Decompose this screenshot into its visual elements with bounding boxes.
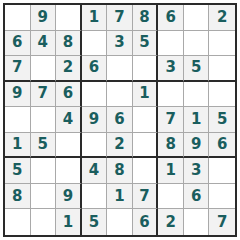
cell-r2c7[interactable] — [158, 31, 184, 57]
cell-r6c2: 5 — [31, 133, 57, 159]
cell-r3c1: 7 — [5, 56, 31, 82]
cell-r7c3[interactable] — [56, 158, 82, 184]
given-digit: 7 — [217, 215, 227, 230]
given-digit: 1 — [165, 163, 175, 178]
cell-r2c6: 5 — [133, 31, 159, 57]
given-digit: 7 — [139, 189, 149, 204]
cell-r7c6[interactable] — [133, 158, 159, 184]
cell-r6c9: 6 — [209, 133, 235, 159]
cell-r4c3: 6 — [56, 82, 82, 108]
given-digit: 9 — [191, 137, 201, 152]
cell-r3c2[interactable] — [31, 56, 57, 82]
sudoku-page: 9178626483572635976149671515289654813891… — [0, 0, 240, 240]
cell-r5c9: 5 — [209, 107, 235, 133]
given-digit: 6 — [217, 137, 227, 152]
given-digit: 1 — [63, 215, 73, 230]
cell-r6c5: 2 — [107, 133, 133, 159]
cell-r9c1[interactable] — [5, 209, 31, 235]
cell-r1c4: 1 — [82, 5, 108, 31]
given-digit: 6 — [89, 60, 99, 75]
cell-r6c7: 8 — [158, 133, 184, 159]
cell-r1c7: 6 — [158, 5, 184, 31]
cell-r8c2[interactable] — [31, 184, 57, 210]
cell-r8c6: 7 — [133, 184, 159, 210]
cell-r7c1: 5 — [5, 158, 31, 184]
cell-r8c4[interactable] — [82, 184, 108, 210]
cell-r3c4: 6 — [82, 56, 108, 82]
cell-r4c7[interactable] — [158, 82, 184, 108]
given-digit: 7 — [114, 10, 124, 25]
given-digit: 6 — [191, 189, 201, 204]
given-digit: 5 — [139, 35, 149, 50]
given-digit: 1 — [139, 86, 149, 101]
cell-r3c8: 5 — [184, 56, 210, 82]
given-digit: 7 — [38, 86, 48, 101]
cell-r3c6[interactable] — [133, 56, 159, 82]
cell-r3c9[interactable] — [209, 56, 235, 82]
given-digit: 3 — [191, 163, 201, 178]
cell-r2c3: 8 — [56, 31, 82, 57]
cell-r8c5: 1 — [107, 184, 133, 210]
given-digit: 8 — [139, 10, 149, 25]
cell-r6c3[interactable] — [56, 133, 82, 159]
cell-r8c3: 9 — [56, 184, 82, 210]
given-digit: 9 — [38, 10, 48, 25]
given-digit: 8 — [12, 189, 22, 204]
cell-r9c8[interactable] — [184, 209, 210, 235]
cell-r9c7: 2 — [158, 209, 184, 235]
given-digit: 2 — [165, 215, 175, 230]
cell-r5c8: 1 — [184, 107, 210, 133]
cell-r5c3: 4 — [56, 107, 82, 133]
cell-r4c4[interactable] — [82, 82, 108, 108]
cell-r6c1: 1 — [5, 133, 31, 159]
given-digit: 5 — [38, 137, 48, 152]
given-digit: 7 — [165, 112, 175, 127]
cell-r2c9[interactable] — [209, 31, 235, 57]
cell-r5c7: 7 — [158, 107, 184, 133]
cell-r4c1: 9 — [5, 82, 31, 108]
cell-r4c9[interactable] — [209, 82, 235, 108]
given-digit: 3 — [114, 35, 124, 50]
given-digit: 4 — [63, 112, 73, 127]
cell-r7c4: 4 — [82, 158, 108, 184]
cell-r4c8[interactable] — [184, 82, 210, 108]
given-digit: 9 — [12, 86, 22, 101]
given-digit: 8 — [114, 163, 124, 178]
cell-r4c6: 1 — [133, 82, 159, 108]
given-digit: 4 — [38, 35, 48, 50]
given-digit: 5 — [89, 215, 99, 230]
cell-r9c3: 1 — [56, 209, 82, 235]
cell-r7c8: 3 — [184, 158, 210, 184]
cell-r5c2[interactable] — [31, 107, 57, 133]
cell-r6c4[interactable] — [82, 133, 108, 159]
given-digit: 2 — [217, 10, 227, 25]
cell-r1c2: 9 — [31, 5, 57, 31]
given-digit: 3 — [165, 60, 175, 75]
given-digit: 2 — [63, 60, 73, 75]
cell-r9c4: 5 — [82, 209, 108, 235]
cell-r8c7[interactable] — [158, 184, 184, 210]
cell-r2c4[interactable] — [82, 31, 108, 57]
given-digit: 5 — [191, 60, 201, 75]
cell-r3c7: 3 — [158, 56, 184, 82]
cell-r2c1: 6 — [5, 31, 31, 57]
given-digit: 4 — [89, 163, 99, 178]
cell-r4c2: 7 — [31, 82, 57, 108]
sudoku-board: 9178626483572635976149671515289654813891… — [3, 3, 237, 237]
cell-r5c5: 6 — [107, 107, 133, 133]
given-digit: 7 — [12, 60, 22, 75]
given-digit: 9 — [63, 189, 73, 204]
cell-r6c6[interactable] — [133, 133, 159, 159]
cell-r5c4: 9 — [82, 107, 108, 133]
given-digit: 1 — [12, 137, 22, 152]
given-digit: 9 — [89, 112, 99, 127]
given-digit: 6 — [114, 112, 124, 127]
cell-r9c5[interactable] — [107, 209, 133, 235]
given-digit: 1 — [114, 189, 124, 204]
cell-r7c2[interactable] — [31, 158, 57, 184]
cell-r7c5: 8 — [107, 158, 133, 184]
cell-r8c8: 6 — [184, 184, 210, 210]
cell-r9c6: 6 — [133, 209, 159, 235]
cell-r6c8: 9 — [184, 133, 210, 159]
given-digit: 5 — [12, 163, 22, 178]
given-digit: 8 — [63, 35, 73, 50]
cell-r3c5[interactable] — [107, 56, 133, 82]
given-digit: 6 — [12, 35, 22, 50]
cell-r7c9[interactable] — [209, 158, 235, 184]
cell-r2c2: 4 — [31, 31, 57, 57]
given-digit: 6 — [165, 10, 175, 25]
cell-r1c9: 2 — [209, 5, 235, 31]
cell-r5c1[interactable] — [5, 107, 31, 133]
given-digit: 8 — [165, 137, 175, 152]
cell-r2c5: 3 — [107, 31, 133, 57]
given-digit: 1 — [191, 112, 201, 127]
given-digit: 1 — [89, 10, 99, 25]
cell-r3c3: 2 — [56, 56, 82, 82]
cell-r8c9[interactable] — [209, 184, 235, 210]
given-digit: 6 — [63, 86, 73, 101]
cell-r9c9: 7 — [209, 209, 235, 235]
cell-r5c6[interactable] — [133, 107, 159, 133]
cell-r1c8[interactable] — [184, 5, 210, 31]
cell-r7c7: 1 — [158, 158, 184, 184]
given-digit: 5 — [217, 112, 227, 127]
cell-r1c3[interactable] — [56, 5, 82, 31]
cell-r1c1[interactable] — [5, 5, 31, 31]
given-digit: 6 — [139, 215, 149, 230]
cell-r1c5: 7 — [107, 5, 133, 31]
cell-r2c8[interactable] — [184, 31, 210, 57]
cell-r1c6: 8 — [133, 5, 159, 31]
cell-r4c5[interactable] — [107, 82, 133, 108]
cell-r8c1: 8 — [5, 184, 31, 210]
cell-r9c2[interactable] — [31, 209, 57, 235]
given-digit: 2 — [114, 137, 124, 152]
